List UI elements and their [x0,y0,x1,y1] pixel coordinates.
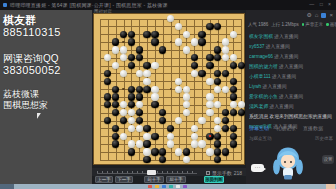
white-stone [183,101,190,108]
black-stone [214,133,221,140]
chat-username[interactable]: 清风老师 [249,104,268,109]
close-icon[interactable]: × [329,12,333,18]
danmaku-settings-button[interactable]: 设置 [322,155,334,164]
black-stone [238,62,245,69]
white-stone [214,117,221,124]
chat-message: 小棋童111 进入直播间 [249,72,334,82]
black-stone [214,54,221,61]
white-stone [112,46,119,53]
audio-status: 声音正常 [302,22,324,27]
black-stone [191,62,198,69]
chat-message: Liywh 进入直播间 [249,82,334,92]
go-nav-button[interactable]: 后十手 [166,176,186,183]
black-stone [159,109,166,116]
black-stone [230,140,237,147]
white-stone [230,101,237,108]
chat-action-text: 欢迎来到围棋思想家的直播间 [268,114,332,119]
black-stone [136,93,143,100]
black-stone [159,46,166,53]
bilibili-icon[interactable] [321,13,326,18]
board-gridline-h [100,97,241,98]
white-stone [183,46,190,53]
white-stone [198,117,205,124]
white-stone [143,148,150,155]
black-stone [104,117,111,124]
black-stone [151,148,158,155]
chat-message: xy6537 进入直播间 [249,42,334,52]
white-stone [191,70,198,77]
stream-status-row: 人气 1986 上行 1.2Mbps 声音正常 画面正常 [248,22,334,27]
go-app-window: 围棋对弈 显示手数 218 上一手下一手前十手后十手形势判断 [92,10,246,184]
show-moves-option[interactable]: 显示手数 218 [206,170,242,176]
chat-action-text: 进入直播间 [271,74,296,79]
black-stone [222,148,229,155]
chat-message: 棋友学围棋 进入直播间 [249,32,334,42]
black-stone [128,62,135,69]
black-stone [198,70,205,77]
chat-message: 系统消息 欢迎来到围棋思想家的直播间 [249,112,334,122]
go-button-row: 上一手下一手前十手后十手形势判断 [92,176,246,184]
white-stone [175,38,182,45]
black-stone [222,117,229,124]
taskbar-app-icon[interactable] [183,185,187,189]
white-stone [120,46,127,53]
black-stone [151,133,158,140]
black-stone [151,38,158,45]
chat-username[interactable]: carmage66 [249,54,273,59]
black-stone [104,78,111,85]
black-stone [183,148,190,155]
taskbar-app-icon[interactable] [148,185,152,189]
black-stone [230,62,237,69]
black-stone [104,101,111,108]
black-stone [222,109,229,116]
white-stone [167,15,174,22]
white-stone [222,54,229,61]
star-point [217,41,219,43]
white-stone [167,140,174,147]
black-stone [143,125,150,132]
white-stone [151,93,158,100]
white-stone [175,148,182,155]
white-stone [191,140,198,147]
white-stone [191,133,198,140]
white-stone [238,101,245,108]
star-point [170,88,172,90]
chat-username[interactable]: Liywh [249,84,261,89]
white-stone [206,109,213,116]
black-stone [222,70,229,77]
black-stone [112,140,119,147]
black-stone [128,93,135,100]
black-stone [104,93,111,100]
taskbar-app-icon[interactable] [169,185,173,189]
white-stone [128,125,135,132]
white-stone [175,78,182,85]
black-stone [128,101,135,108]
white-stone [120,109,127,116]
white-stone [206,148,213,155]
black-stone [198,38,205,45]
move-slider-handle[interactable] [147,170,156,175]
black-stone [214,148,221,155]
white-stone [136,101,143,108]
black-stone [230,86,237,93]
white-stone [143,70,150,77]
black-stone [136,86,143,93]
black-stone [159,148,166,155]
black-stone [136,109,143,116]
screen: 哔哩哔哩直播姬 - 第64课 [围棋网课·公开课] - 围棋思想家 - 荔枝微课… [0,0,336,189]
move-counter: 218 [234,170,242,176]
white-stone [143,78,150,85]
popularity-count: 人气 1986 [248,22,268,27]
white-stone [151,86,158,93]
chat-username[interactable]: 小棋童111 [249,74,271,79]
black-stone [230,78,237,85]
chat-action-text: 进入直播间 [273,54,298,59]
chat-action-text: 进入直播间 [278,94,303,99]
white-stone [230,31,237,38]
interact-row: 与观众互动 历史弹幕 [249,136,333,141]
chat-action-text: 进入直播间 [278,64,303,69]
chat-message: 清风老师 进入直播间 [249,102,334,112]
taskbar[interactable] [0,184,336,189]
video-ok-dot [326,23,329,26]
black-stone [112,86,119,93]
course-qq-number: 383050052 [3,64,61,76]
taskbar-thumbnail [326,184,335,189]
panel-tabs: 弹幕互动礼物记录直播数据 [249,125,323,131]
black-stone [112,109,119,116]
black-stone [206,23,213,30]
white-stone [222,38,229,45]
taskbar-app-icon[interactable] [155,185,159,189]
home-icon[interactable]: ⌂ [315,12,319,18]
black-stone [143,31,150,38]
star-point [170,41,172,43]
white-stone [167,133,174,140]
black-stone [136,46,143,53]
interact-label: 与观众互动 [249,136,272,141]
white-stone [128,117,135,124]
black-stone [230,133,237,140]
black-stone [151,101,158,108]
black-stone [214,78,221,85]
go-action-button[interactable]: 形势判断 [204,176,224,183]
black-stone [214,46,221,53]
chat-action-text: 进入直播间 [261,84,286,89]
chat-action-text: 进入直播间 [264,44,289,49]
black-stone [120,117,127,124]
uplink-rate: 上行 1.2Mbps [271,22,299,27]
last-move-marker [209,135,212,138]
black-stone [128,31,135,38]
streamer-name: 围棋思想家 [3,99,48,112]
board-gridline-v [241,19,242,160]
go-nav-button[interactable]: 上一手 [95,176,113,183]
white-stone [191,125,198,132]
black-stone [112,38,119,45]
white-stone [206,78,213,85]
star-point [122,88,124,90]
black-stone [104,70,111,77]
chat-username[interactable]: xy6537 [249,44,264,49]
black-stone [151,31,158,38]
audio-ok-dot [302,23,305,26]
chat-action-text: 进入直播间 [273,34,298,39]
star-point [122,41,124,43]
black-stone [230,125,237,132]
go-nav-button[interactable]: 下一手 [115,176,133,183]
go-board[interactable] [93,13,245,165]
white-stone [128,140,135,147]
black-stone [167,125,174,132]
black-stone [191,54,198,61]
black-stone [206,54,213,61]
qq-group-number: 885110315 [3,26,61,38]
taskbar-app-icon[interactable] [176,185,180,189]
white-stone [206,93,213,100]
white-stone [143,133,150,140]
white-stone [120,101,127,108]
white-stone [136,140,143,147]
white-stone [230,54,237,61]
white-stone [175,86,182,93]
chat-action-text: 进入直播间 [268,104,293,109]
black-stone [222,125,229,132]
black-stone [214,156,221,163]
white-stone [120,70,127,77]
window-title: 哔哩哔哩直播姬 - 第64课 [围棋网课·公开课] - 围棋思想家 - 荔枝微课 [10,2,168,8]
chat-username[interactable]: 爱学棋的小鱼 [249,94,278,99]
black-stone [214,23,221,30]
white-stone [120,54,127,61]
white-stone [214,125,221,132]
white-stone [112,62,119,69]
black-stone [230,109,237,116]
chat-username[interactable]: 围棋的魅力呀 [249,64,278,69]
show-moves-checkbox[interactable] [206,171,210,175]
app-logo-icon [3,3,7,7]
black-stone [159,156,166,163]
show-moves-label: 显示手数 [212,170,232,176]
white-stone [183,109,190,116]
panel-tab-0[interactable]: 弹幕互动 [249,125,269,131]
black-stone [112,133,119,140]
mouse-cursor [37,113,41,119]
panel-tab-1[interactable]: 礼物记录 [276,125,296,131]
white-stone [222,86,229,93]
black-stone [128,148,135,155]
taskbar-start-button[interactable] [0,184,14,189]
black-stone [112,125,119,132]
black-stone [143,62,150,69]
black-stone [136,117,143,124]
black-stone [128,86,135,93]
avatar-speech-bubble: ··· [251,164,264,172]
white-stone [191,38,198,45]
white-stone [222,46,229,53]
panel-tab-2[interactable]: 直播数据 [303,125,323,131]
white-stone [198,140,205,147]
black-stone [238,109,245,116]
gear-icon[interactable]: ⚙ [306,12,311,18]
white-stone [120,133,127,140]
window-titlebar: 哔哩哔哩直播姬 - 第64课 [围棋网课·公开课] - 围棋思想家 - 荔枝微课… [0,0,336,10]
white-stone [214,86,221,93]
panel-icons: ⚙ ⌂ × [306,12,333,18]
black-stone [120,31,127,38]
white-stone [175,23,182,30]
white-stone [183,31,190,38]
stream-panel: ⚙ ⌂ × 人气 1986 上行 1.2Mbps 声音正常 画面正常 棋友学围棋… [246,10,336,184]
video-status: 画面正常 [326,22,336,27]
black-stone [214,140,221,147]
black-stone [128,54,135,61]
white-stone [175,117,182,124]
black-stone [143,140,150,147]
white-stone [128,109,135,116]
black-stone [143,156,150,163]
black-stone [159,117,166,124]
black-stone [214,70,221,77]
history-danmaku-link[interactable]: 历史弹幕 [315,136,333,141]
vtuber-avatar [272,145,304,183]
chat-username[interactable]: 系统消息 [249,114,268,119]
white-stone [206,101,213,108]
taskbar-app-icon[interactable] [162,185,166,189]
chat-message: 爱学棋的小鱼 进入直播间 [249,92,334,102]
white-stone [104,54,111,61]
white-stone [183,86,190,93]
black-stone [112,93,119,100]
white-stone [214,101,221,108]
black-stone [198,31,205,38]
chat-message: carmage66 进入直播间 [249,52,334,62]
move-slider-row: 显示手数 218 [92,168,246,176]
go-nav-button[interactable]: 前十手 [144,176,164,183]
chat-username[interactable]: 棋友学围棋 [249,34,273,39]
white-stone [151,62,158,69]
black-stone [206,133,213,140]
black-stone [136,54,143,61]
black-stone [112,101,119,108]
black-stone [230,93,237,100]
black-stone [143,86,150,93]
white-stone [136,70,143,77]
white-stone [183,93,190,100]
white-stone [183,156,190,163]
black-stone [206,62,213,69]
left-info-panel: 棋友群 885110315 网课咨询QQ 383050052 荔枝微课 围棋思想… [0,10,92,184]
window-controls[interactable]: — □ × [309,1,333,7]
white-stone [136,125,143,132]
chat-message-list[interactable]: 棋友学围棋 进入直播间xy6537 进入直播间carmage66 进入直播间围棋… [249,32,334,132]
chat-message: 围棋的魅力呀 进入直播间 [249,62,334,72]
black-stone [128,38,135,45]
